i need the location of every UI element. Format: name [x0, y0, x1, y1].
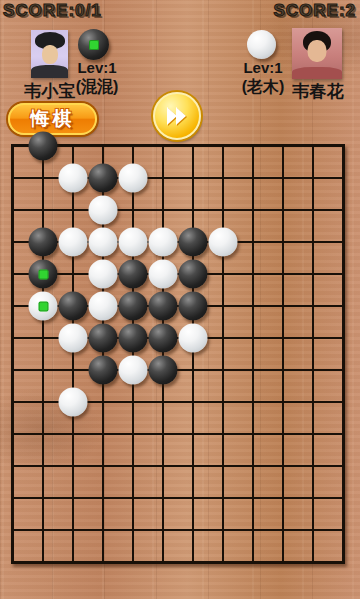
- fast-forward-button[interactable]: [153, 92, 201, 140]
- black-player-name: 韦小宝: [14, 80, 86, 103]
- last-move-marker: [38, 269, 48, 279]
- stone-black: [29, 260, 58, 289]
- stone-white: [59, 164, 88, 193]
- stone-white: [89, 260, 118, 289]
- stone-black: [119, 324, 148, 353]
- stone-white: [149, 228, 178, 257]
- stone-black: [119, 260, 148, 289]
- stone-white: [89, 196, 118, 225]
- stone-black: [119, 292, 148, 321]
- stone-white: [59, 388, 88, 417]
- stone-black: [89, 324, 118, 353]
- fast-forward-icon: [164, 104, 190, 128]
- stone-black: [179, 292, 208, 321]
- turn-marker: [89, 40, 99, 50]
- stone-white: [119, 356, 148, 385]
- board-frame: [11, 144, 345, 564]
- score-right: SCORE:2: [273, 1, 356, 21]
- stone-black: [149, 356, 178, 385]
- black-stone-indicator: [78, 29, 109, 60]
- white-player-level: Lev:1: [237, 59, 289, 76]
- undo-button-label: 悔棋: [31, 106, 75, 132]
- stone-white: [89, 228, 118, 257]
- white-player-rank: (老木): [233, 77, 293, 98]
- undo-button[interactable]: 悔棋: [8, 103, 97, 135]
- stone-black: [179, 228, 208, 257]
- stone-white: [149, 260, 178, 289]
- stone-black: [149, 324, 178, 353]
- stone-black: [179, 260, 208, 289]
- face-shape: [308, 40, 327, 62]
- stone-black: [29, 132, 58, 161]
- stone-white: [29, 292, 58, 321]
- stone-white: [59, 324, 88, 353]
- avatar-black-player: [31, 30, 68, 78]
- stone-white: [179, 324, 208, 353]
- dress-shape: [292, 67, 342, 79]
- avatar-white-player: [292, 28, 342, 79]
- white-stone-indicator: [247, 30, 276, 59]
- last-move-marker: [38, 301, 48, 311]
- robe-shape: [31, 65, 68, 78]
- stone-white: [119, 228, 148, 257]
- stone-black: [89, 164, 118, 193]
- stone-white: [59, 228, 88, 257]
- board[interactable]: [13, 146, 343, 562]
- stone-black: [149, 292, 178, 321]
- black-player-level: Lev:1: [71, 59, 123, 76]
- score-left: SCORE:0/1: [3, 1, 102, 21]
- stone-black: [29, 228, 58, 257]
- stone-white: [209, 228, 238, 257]
- face-shape: [42, 45, 58, 64]
- white-player-name: 韦春花: [290, 80, 346, 103]
- stone-white: [89, 292, 118, 321]
- game-screen: { "game": "gomoku", "position": ".b.....…: [0, 0, 360, 599]
- stone-black: [59, 292, 88, 321]
- stone-black: [89, 356, 118, 385]
- stone-white: [119, 164, 148, 193]
